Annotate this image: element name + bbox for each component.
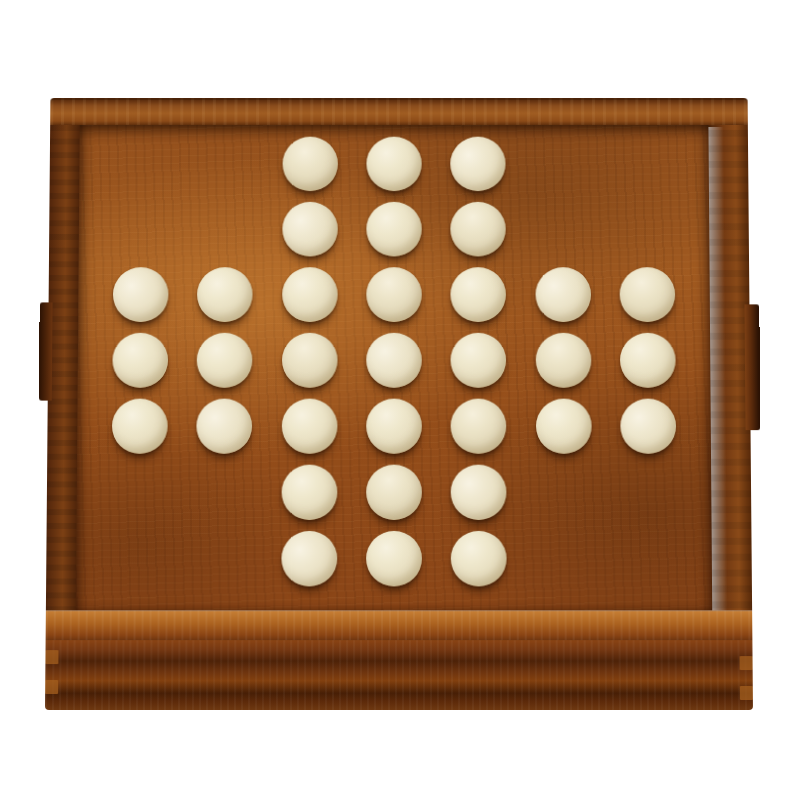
finger-joint [740,656,753,670]
cell-r1c6 [520,131,605,196]
marble-r3c1[interactable] [113,267,169,322]
cell-r4c2 [182,327,267,393]
cell-r1c3 [268,131,352,196]
marble-r2c3[interactable] [282,201,337,256]
cell-r2c1 [98,196,183,261]
box-right-notch [744,304,760,430]
marble-r4c5[interactable] [451,332,507,387]
marble-r4c3[interactable] [282,332,338,387]
cell-r1c5 [436,131,520,196]
cell-r2c3 [267,196,352,261]
cell-r3c4 [352,261,437,327]
cell-r6c7 [606,459,691,525]
cell-r1c4 [352,131,436,196]
marble-r4c6[interactable] [536,332,592,387]
marble-r6c3[interactable] [281,464,337,519]
cell-r6c2 [181,459,266,525]
cell-r6c6 [521,459,606,525]
marble-r5c2[interactable] [196,398,252,453]
marble-r5c7[interactable] [621,398,677,453]
marble-r4c4[interactable] [366,332,422,387]
box-top-rim [50,98,748,127]
cell-r6c1 [96,459,181,525]
finger-joint [740,686,753,700]
cell-r4c6 [521,327,606,393]
cell-r6c5 [436,459,521,525]
cell-r4c1 [97,327,182,393]
cell-r7c6 [522,525,607,591]
marble-r6c4[interactable] [366,464,422,519]
cell-r4c3 [267,327,352,393]
cell-r4c4 [352,327,437,393]
cell-r7c7 [607,525,693,591]
marble-r3c7[interactable] [620,267,676,322]
cell-r1c7 [605,131,690,196]
marble-r3c2[interactable] [197,267,253,322]
box-front-face [45,640,753,710]
cell-r5c6 [521,393,606,459]
board-front-edge [46,610,753,640]
cell-r6c3 [266,459,351,525]
marble-r1c3[interactable] [282,136,337,190]
cell-r7c4 [351,525,436,591]
cell-r1c1 [99,131,184,196]
marble-r3c4[interactable] [366,267,421,322]
cell-r7c2 [181,525,266,591]
cell-r5c7 [606,393,691,459]
marble-r4c1[interactable] [112,332,168,387]
cell-r3c2 [183,261,268,327]
marble-r4c7[interactable] [620,332,676,387]
marble-r4c2[interactable] [197,332,253,387]
marble-r2c5[interactable] [451,201,506,256]
cell-r7c1 [96,525,182,591]
cell-r2c4 [352,196,436,261]
box-left-notch [39,302,53,400]
cell-r5c1 [97,393,182,459]
cell-r2c6 [521,196,606,261]
cell-r7c5 [437,525,522,591]
cell-r2c5 [436,196,521,261]
cell-r5c5 [436,393,521,459]
marble-r5c1[interactable] [112,398,168,453]
game-board [76,125,712,610]
marble-r7c4[interactable] [366,530,422,586]
marble-r7c3[interactable] [281,530,337,586]
cell-r5c2 [182,393,267,459]
cell-r3c1 [98,261,183,327]
marble-r1c4[interactable] [366,136,421,190]
marble-r5c5[interactable] [451,398,507,453]
marble-r7c5[interactable] [451,530,507,586]
marble-r2c4[interactable] [366,201,421,256]
marble-r5c3[interactable] [281,398,337,453]
solitaire-box [45,98,753,710]
marble-r1c5[interactable] [451,136,506,190]
cell-r2c7 [605,196,690,261]
finger-joint [45,680,58,694]
cell-r6c4 [352,459,437,525]
finger-joint [45,650,58,664]
cell-r3c7 [605,261,690,327]
cell-r3c6 [521,261,606,327]
marble-r3c5[interactable] [451,267,507,322]
cell-r2c2 [183,196,268,261]
cell-r7c3 [266,525,351,591]
marble-r6c5[interactable] [451,464,507,519]
marble-r3c3[interactable] [282,267,338,322]
photo-background [0,0,800,800]
marble-r5c4[interactable] [366,398,422,453]
cell-r4c5 [436,327,521,393]
cell-r4c7 [606,327,691,393]
cell-r5c3 [267,393,352,459]
peg-grid [96,131,692,592]
marble-r3c6[interactable] [535,267,591,322]
cell-r5c4 [352,393,437,459]
marble-r5c6[interactable] [536,398,592,453]
cell-r3c3 [267,261,352,327]
cell-r3c5 [436,261,521,327]
cell-r1c2 [183,131,268,196]
